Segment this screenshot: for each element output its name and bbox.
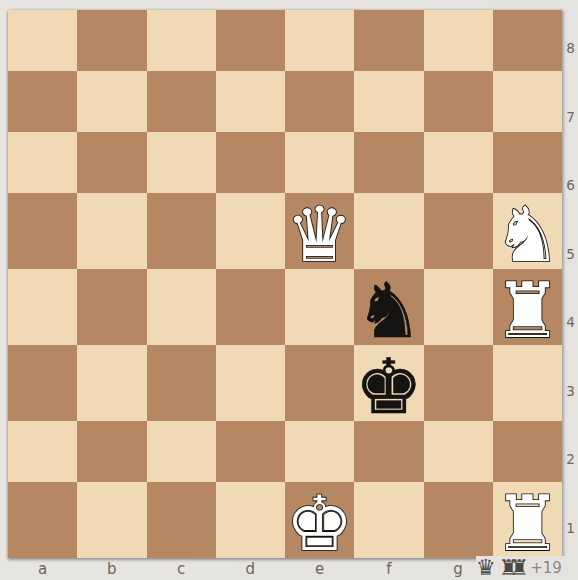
square-g6[interactable]	[424, 132, 493, 193]
square-d1[interactable]	[216, 482, 285, 558]
square-b8[interactable]	[77, 10, 146, 71]
white-knight[interactable]: ♞	[493, 197, 561, 273]
square-f8[interactable]	[354, 10, 423, 71]
white-rook[interactable]: ♜	[493, 273, 561, 349]
square-a1[interactable]	[8, 482, 77, 558]
square-c1[interactable]	[147, 482, 216, 558]
square-c5[interactable]	[147, 193, 216, 269]
file-label-f: f	[354, 558, 423, 580]
white-queen[interactable]: ♛	[286, 197, 354, 273]
square-a4[interactable]	[8, 269, 77, 345]
square-b2[interactable]	[77, 421, 146, 482]
square-e6[interactable]	[285, 132, 354, 193]
file-label-a: a	[8, 558, 77, 580]
square-g5[interactable]	[424, 193, 493, 269]
rank-label-1: 1	[563, 494, 578, 563]
square-e4[interactable]	[285, 269, 354, 345]
rank-label-6: 6	[563, 151, 578, 220]
square-c6[interactable]	[147, 132, 216, 193]
square-h6[interactable]	[493, 132, 562, 193]
square-g8[interactable]	[424, 10, 493, 71]
white-rook[interactable]: ♜	[493, 486, 561, 562]
square-h7[interactable]	[493, 71, 562, 132]
square-a5[interactable]	[8, 193, 77, 269]
square-c4[interactable]	[147, 269, 216, 345]
black-knight[interactable]: ♞	[355, 273, 423, 349]
material-advantage-value: +19	[530, 559, 562, 577]
square-a6[interactable]	[8, 132, 77, 193]
square-d8[interactable]	[216, 10, 285, 71]
square-b4[interactable]	[77, 269, 146, 345]
square-d4[interactable]	[216, 269, 285, 345]
square-e5[interactable]: ♛	[285, 193, 354, 269]
square-h3[interactable]	[493, 345, 562, 421]
square-e8[interactable]	[285, 10, 354, 71]
square-e1[interactable]: ♚	[285, 482, 354, 558]
square-c2[interactable]	[147, 421, 216, 482]
square-a7[interactable]	[8, 71, 77, 132]
square-g1[interactable]	[424, 482, 493, 558]
square-e7[interactable]	[285, 71, 354, 132]
square-e3[interactable]	[285, 345, 354, 421]
square-h2[interactable]	[493, 421, 562, 482]
square-e2[interactable]	[285, 421, 354, 482]
square-c3[interactable]	[147, 345, 216, 421]
rank-label-2: 2	[563, 425, 578, 494]
file-label-b: b	[77, 558, 146, 580]
rank-label-4: 4	[563, 288, 578, 357]
square-h5[interactable]: ♞	[493, 193, 562, 269]
square-a3[interactable]	[8, 345, 77, 421]
square-c7[interactable]	[147, 71, 216, 132]
square-d3[interactable]	[216, 345, 285, 421]
rank-label-3: 3	[563, 357, 578, 426]
square-f6[interactable]	[354, 132, 423, 193]
square-d2[interactable]	[216, 421, 285, 482]
square-f5[interactable]	[354, 193, 423, 269]
square-d6[interactable]	[216, 132, 285, 193]
captured-rook-icon-2: ♜	[509, 557, 529, 579]
square-d7[interactable]	[216, 71, 285, 132]
square-b1[interactable]	[77, 482, 146, 558]
square-g7[interactable]	[424, 71, 493, 132]
square-d5[interactable]	[216, 193, 285, 269]
page-background: ♛♞♞♜♚♚♜ 87654321 abcdefgh ♛ ♜ ♜ +19	[0, 0, 578, 580]
square-g3[interactable]	[424, 345, 493, 421]
file-label-d: d	[216, 558, 285, 580]
captured-queen-icon: ♛	[476, 557, 496, 579]
square-h8[interactable]	[493, 10, 562, 71]
square-f4[interactable]: ♞	[354, 269, 423, 345]
square-f1[interactable]	[354, 482, 423, 558]
square-h1[interactable]: ♜	[493, 482, 562, 558]
rank-label-5: 5	[563, 220, 578, 289]
material-advantage-indicator: ♛ ♜ ♜ +19	[476, 556, 578, 580]
white-king[interactable]: ♚	[286, 486, 354, 562]
square-g2[interactable]	[424, 421, 493, 482]
rank-label-8: 8	[563, 14, 578, 83]
square-b7[interactable]	[77, 71, 146, 132]
rank-coordinates: 87654321	[563, 10, 578, 558]
square-a8[interactable]	[8, 10, 77, 71]
square-f3[interactable]: ♚	[354, 345, 423, 421]
black-king[interactable]: ♚	[355, 349, 423, 425]
rank-label-7: 7	[563, 83, 578, 152]
square-f7[interactable]	[354, 71, 423, 132]
file-label-c: c	[147, 558, 216, 580]
chess-board: ♛♞♞♜♚♚♜	[8, 10, 562, 558]
square-b6[interactable]	[77, 132, 146, 193]
square-b3[interactable]	[77, 345, 146, 421]
square-h4[interactable]: ♜	[493, 269, 562, 345]
square-g4[interactable]	[424, 269, 493, 345]
square-b5[interactable]	[77, 193, 146, 269]
square-a2[interactable]	[8, 421, 77, 482]
square-c8[interactable]	[147, 10, 216, 71]
